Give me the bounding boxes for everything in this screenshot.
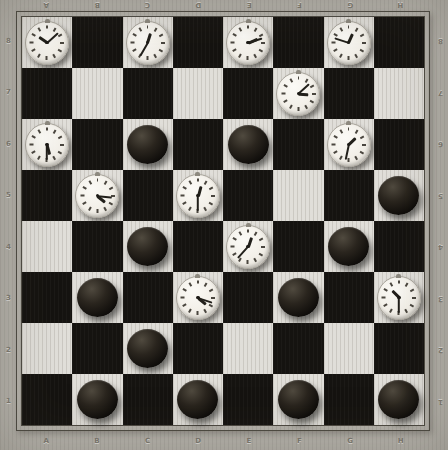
black-piece-b1[interactable] bbox=[77, 380, 118, 419]
square-b3[interactable] bbox=[72, 272, 122, 323]
black-piece-f3[interactable] bbox=[278, 278, 319, 317]
clock-face bbox=[75, 174, 119, 218]
clock-tick bbox=[362, 144, 366, 146]
clock-tick bbox=[298, 107, 300, 111]
rank-labels-left: 87654321 bbox=[2, 15, 15, 427]
clock-tick bbox=[59, 151, 63, 154]
file-label-top-C: C bbox=[122, 0, 173, 11]
clock-tick bbox=[260, 253, 264, 256]
clock-tick bbox=[38, 27, 41, 31]
rank-label-left-8: 8 bbox=[2, 15, 15, 67]
clock-tick bbox=[239, 258, 242, 262]
clock-tick bbox=[305, 105, 308, 109]
clock-tick bbox=[104, 180, 107, 184]
clock-tick bbox=[339, 54, 342, 58]
square-d4[interactable] bbox=[173, 221, 223, 272]
clock-face bbox=[327, 21, 371, 65]
square-e8[interactable] bbox=[223, 17, 273, 68]
black-piece-c6[interactable] bbox=[127, 125, 168, 164]
file-label-top-A: A bbox=[21, 0, 72, 11]
square-c6[interactable] bbox=[123, 119, 173, 170]
square-d6[interactable] bbox=[173, 119, 223, 170]
clock-tick bbox=[262, 246, 266, 248]
square-g8[interactable] bbox=[324, 17, 374, 68]
clock-tick bbox=[281, 93, 285, 95]
clock-face bbox=[226, 21, 270, 65]
square-b1[interactable] bbox=[72, 374, 122, 425]
clock-center-pin bbox=[347, 41, 351, 45]
clock-center-pin bbox=[45, 143, 49, 147]
square-g4[interactable] bbox=[324, 221, 374, 272]
clock-tick bbox=[138, 27, 141, 31]
clock-tick bbox=[97, 178, 99, 182]
square-g1[interactable] bbox=[324, 374, 374, 425]
file-label-bottom-E: E bbox=[224, 433, 275, 448]
clock-tick bbox=[209, 202, 213, 205]
clock-piece-e4[interactable] bbox=[226, 225, 270, 269]
square-h5[interactable] bbox=[374, 170, 424, 221]
clock-tick bbox=[405, 282, 408, 286]
clock-tick bbox=[260, 49, 264, 52]
clock-tick bbox=[231, 246, 235, 248]
clock-tick bbox=[61, 42, 65, 44]
square-b2[interactable] bbox=[72, 323, 122, 374]
clock-tick bbox=[59, 33, 63, 36]
file-label-bottom-H: H bbox=[375, 433, 426, 448]
clock-tick bbox=[260, 237, 264, 240]
clock-tick bbox=[38, 129, 41, 133]
clock-face bbox=[327, 123, 371, 167]
clock-tick bbox=[360, 151, 364, 154]
clock-tick bbox=[413, 297, 417, 299]
square-d1[interactable] bbox=[173, 374, 223, 425]
clock-tick bbox=[333, 33, 337, 36]
square-c8[interactable] bbox=[123, 17, 173, 68]
clock-tick bbox=[209, 304, 213, 307]
rank-label-left-1: 1 bbox=[2, 376, 15, 428]
square-d8[interactable] bbox=[173, 17, 223, 68]
clock-face bbox=[176, 276, 220, 320]
rank-label-left-5: 5 bbox=[2, 170, 15, 222]
rank-label-right-1: 1 bbox=[434, 376, 447, 428]
clock-center-pin bbox=[196, 296, 200, 300]
clock-tick bbox=[197, 280, 199, 284]
file-label-bottom-C: C bbox=[122, 433, 173, 448]
clock-tick bbox=[382, 297, 386, 299]
clock-winding-stem bbox=[145, 19, 150, 23]
clock-tick bbox=[209, 288, 213, 291]
clock-tick bbox=[181, 297, 185, 299]
square-e3[interactable] bbox=[223, 272, 273, 323]
square-c3[interactable] bbox=[123, 272, 173, 323]
clock-tick bbox=[348, 127, 350, 131]
clock-piece-g6[interactable] bbox=[327, 123, 371, 167]
clock-tick bbox=[53, 156, 56, 160]
clock-winding-stem bbox=[195, 274, 200, 278]
black-piece-h5[interactable] bbox=[378, 176, 419, 215]
square-f4[interactable] bbox=[273, 221, 323, 272]
clock-tick bbox=[305, 78, 308, 82]
file-label-top-B: B bbox=[72, 0, 123, 11]
clock-tick bbox=[46, 127, 48, 131]
clock-tick bbox=[254, 258, 257, 262]
clock-tick bbox=[360, 33, 364, 36]
square-b6[interactable] bbox=[72, 119, 122, 170]
clock-piece-h3[interactable] bbox=[377, 276, 421, 320]
clock-tick bbox=[30, 42, 34, 44]
clock-face bbox=[377, 276, 421, 320]
square-a4[interactable] bbox=[22, 221, 72, 272]
clock-tick bbox=[147, 56, 149, 60]
clock-tick bbox=[233, 237, 237, 240]
clock-center-pin bbox=[45, 41, 49, 45]
rank-label-right-2: 2 bbox=[434, 324, 447, 376]
square-c4[interactable] bbox=[123, 221, 173, 272]
square-h4[interactable] bbox=[374, 221, 424, 272]
clock-tick bbox=[204, 180, 207, 184]
clock-tick bbox=[390, 309, 393, 313]
clock-tick bbox=[212, 195, 216, 197]
clock-tick bbox=[231, 42, 235, 44]
black-piece-b3[interactable] bbox=[77, 278, 118, 317]
clock-minute-hand bbox=[345, 144, 350, 159]
clock-tick bbox=[38, 54, 41, 58]
black-piece-f1[interactable] bbox=[278, 380, 319, 419]
square-h6[interactable] bbox=[374, 119, 424, 170]
clock-piece-f7[interactable] bbox=[276, 72, 320, 116]
clock-tick bbox=[384, 304, 388, 307]
clock-tick bbox=[362, 42, 366, 44]
clock-piece-a6[interactable] bbox=[25, 123, 69, 167]
file-label-bottom-B: B bbox=[72, 433, 123, 448]
square-c2[interactable] bbox=[123, 323, 173, 374]
clock-tick bbox=[204, 282, 207, 286]
clock-winding-stem bbox=[45, 121, 50, 125]
square-d2[interactable] bbox=[173, 323, 223, 374]
clock-tick bbox=[247, 56, 249, 60]
clock-tick bbox=[233, 33, 237, 36]
clock-tick bbox=[59, 135, 63, 138]
clock-tick bbox=[53, 27, 56, 31]
clock-tick bbox=[239, 27, 242, 31]
clock-piece-a8[interactable] bbox=[25, 21, 69, 65]
rank-label-left-3: 3 bbox=[2, 273, 15, 325]
rank-labels-right: 87654321 bbox=[434, 15, 447, 427]
square-f7[interactable] bbox=[273, 68, 323, 119]
square-d5[interactable] bbox=[173, 170, 223, 221]
clock-tick bbox=[183, 304, 187, 307]
clock-tick bbox=[32, 151, 36, 154]
clock-minute-hand bbox=[139, 42, 148, 56]
black-piece-g4[interactable] bbox=[328, 227, 369, 266]
clock-center-pin bbox=[246, 41, 250, 45]
clock-tick bbox=[159, 49, 163, 52]
clock-tick bbox=[289, 105, 292, 109]
rank-label-left-2: 2 bbox=[2, 324, 15, 376]
clock-tick bbox=[88, 180, 91, 184]
clock-tick bbox=[310, 84, 314, 87]
square-f3[interactable] bbox=[273, 272, 323, 323]
square-a7[interactable] bbox=[22, 68, 72, 119]
square-h8[interactable] bbox=[374, 17, 424, 68]
clock-winding-stem bbox=[396, 274, 401, 278]
clock-tick bbox=[390, 282, 393, 286]
file-label-bottom-G: G bbox=[325, 433, 376, 448]
clock-tick bbox=[298, 76, 300, 80]
file-label-top-D: D bbox=[173, 0, 224, 11]
file-label-top-H: H bbox=[375, 0, 426, 11]
clock-tick bbox=[333, 151, 337, 154]
black-piece-h1[interactable] bbox=[378, 380, 419, 419]
clock-center-pin bbox=[196, 194, 200, 198]
clock-face bbox=[226, 225, 270, 269]
clock-tick bbox=[161, 42, 165, 44]
clock-tick bbox=[260, 33, 264, 36]
file-label-bottom-D: D bbox=[173, 433, 224, 448]
clock-tick bbox=[189, 207, 192, 211]
clock-tick bbox=[209, 186, 213, 189]
square-a8[interactable] bbox=[22, 17, 72, 68]
clock-tick bbox=[204, 207, 207, 211]
clock-tick bbox=[247, 229, 249, 233]
board-frame bbox=[16, 11, 430, 431]
square-h3[interactable] bbox=[374, 272, 424, 323]
clock-tick bbox=[331, 42, 335, 44]
rank-label-right-3: 3 bbox=[434, 273, 447, 325]
clock-minute-hand bbox=[398, 298, 400, 313]
clock-tick bbox=[104, 207, 107, 211]
clock-tick bbox=[310, 100, 314, 103]
clock-tick bbox=[46, 56, 48, 60]
clock-winding-stem bbox=[346, 121, 351, 125]
clock-tick bbox=[109, 202, 113, 205]
clock-tick bbox=[254, 54, 257, 58]
file-label-top-E: E bbox=[224, 0, 275, 11]
clock-tick bbox=[204, 309, 207, 313]
clock-tick bbox=[355, 156, 358, 160]
clock-tick bbox=[339, 156, 342, 160]
square-g5[interactable] bbox=[324, 170, 374, 221]
file-label-bottom-A: A bbox=[21, 433, 72, 448]
clock-tick bbox=[384, 288, 388, 291]
clock-tick bbox=[398, 280, 400, 284]
clock-piece-d3[interactable] bbox=[176, 276, 220, 320]
clock-tick bbox=[189, 180, 192, 184]
clock-tick bbox=[189, 309, 192, 313]
clock-face bbox=[25, 21, 69, 65]
square-e6[interactable] bbox=[223, 119, 273, 170]
clock-tick bbox=[355, 54, 358, 58]
square-f6[interactable] bbox=[273, 119, 323, 170]
rank-label-left-6: 6 bbox=[2, 118, 15, 170]
clock-face bbox=[126, 21, 170, 65]
file-labels-bottom: ABCDEFGH bbox=[21, 433, 426, 448]
clock-tick bbox=[331, 144, 335, 146]
clock-winding-stem bbox=[195, 172, 200, 176]
clock-piece-d5[interactable] bbox=[176, 174, 220, 218]
clock-tick bbox=[46, 25, 48, 29]
clock-winding-stem bbox=[296, 70, 301, 74]
black-piece-d1[interactable] bbox=[177, 380, 218, 419]
clock-tick bbox=[159, 33, 163, 36]
square-g7[interactable] bbox=[324, 68, 374, 119]
clock-face bbox=[176, 174, 220, 218]
clock-center-pin bbox=[397, 296, 401, 300]
clock-tick bbox=[233, 253, 237, 256]
board-inner-frame bbox=[21, 16, 425, 426]
clock-tick bbox=[289, 78, 292, 82]
clock-tick bbox=[405, 309, 408, 313]
clock-tick bbox=[239, 231, 242, 235]
clock-center-pin bbox=[347, 143, 351, 147]
rank-label-right-6: 6 bbox=[434, 118, 447, 170]
clock-tick bbox=[339, 129, 342, 133]
clock-face bbox=[276, 72, 320, 116]
square-e4[interactable] bbox=[223, 221, 273, 272]
clock-tick bbox=[233, 49, 237, 52]
clock-tick bbox=[355, 27, 358, 31]
square-g6[interactable] bbox=[324, 119, 374, 170]
clock-tick bbox=[339, 27, 342, 31]
square-d3[interactable] bbox=[173, 272, 223, 323]
black-piece-c4[interactable] bbox=[127, 227, 168, 266]
clock-tick bbox=[197, 311, 199, 315]
square-c5[interactable] bbox=[123, 170, 173, 221]
clock-tick bbox=[53, 129, 56, 133]
clock-piece-e8[interactable] bbox=[226, 21, 270, 65]
clock-minute-hand bbox=[197, 196, 199, 211]
clock-winding-stem bbox=[246, 19, 251, 23]
clock-tick bbox=[254, 27, 257, 31]
rank-label-right-4: 4 bbox=[434, 221, 447, 273]
square-e5[interactable] bbox=[223, 170, 273, 221]
square-a3[interactable] bbox=[22, 272, 72, 323]
clock-tick bbox=[130, 42, 134, 44]
clock-winding-stem bbox=[346, 19, 351, 23]
clock-tick bbox=[355, 129, 358, 133]
clock-tick bbox=[247, 260, 249, 264]
file-labels-top: ABCDEFGH bbox=[21, 0, 426, 11]
clock-winding-stem bbox=[246, 223, 251, 227]
square-b5[interactable] bbox=[72, 170, 122, 221]
clock-tick bbox=[59, 49, 63, 52]
clock-tick bbox=[283, 84, 287, 87]
square-c1[interactable] bbox=[123, 374, 173, 425]
clock-tick bbox=[212, 297, 216, 299]
square-h1[interactable] bbox=[374, 374, 424, 425]
board-grid bbox=[22, 17, 424, 425]
clock-tick bbox=[97, 209, 99, 213]
rank-label-right-8: 8 bbox=[434, 15, 447, 67]
clock-tick bbox=[254, 231, 257, 235]
clock-tick bbox=[189, 282, 192, 286]
clock-winding-stem bbox=[45, 19, 50, 23]
square-e2[interactable] bbox=[223, 323, 273, 374]
clock-tick bbox=[132, 49, 136, 52]
square-b4[interactable] bbox=[72, 221, 122, 272]
square-a1[interactable] bbox=[22, 374, 72, 425]
clock-tick bbox=[32, 135, 36, 138]
clock-tick bbox=[333, 135, 337, 138]
clock-tick bbox=[348, 25, 350, 29]
clock-tick bbox=[154, 54, 157, 58]
clock-tick bbox=[88, 207, 91, 211]
clock-tick bbox=[183, 202, 187, 205]
clock-tick bbox=[312, 93, 316, 95]
square-f5[interactable] bbox=[273, 170, 323, 221]
black-piece-e6[interactable] bbox=[228, 125, 269, 164]
rank-label-left-4: 4 bbox=[2, 221, 15, 273]
clock-tick bbox=[181, 195, 185, 197]
clock-piece-g8[interactable] bbox=[327, 21, 371, 65]
square-a5[interactable] bbox=[22, 170, 72, 221]
square-e1[interactable] bbox=[223, 374, 273, 425]
rank-label-right-7: 7 bbox=[434, 67, 447, 119]
file-label-top-G: G bbox=[325, 0, 376, 11]
clock-tick bbox=[283, 100, 287, 103]
clock-tick bbox=[32, 49, 36, 52]
square-h7[interactable] bbox=[374, 68, 424, 119]
square-d7[interactable] bbox=[173, 68, 223, 119]
clock-tick bbox=[147, 25, 149, 29]
clock-tick bbox=[410, 288, 414, 291]
file-label-bottom-F: F bbox=[274, 433, 325, 448]
clock-tick bbox=[360, 135, 364, 138]
clock-tick bbox=[32, 33, 36, 36]
square-c7[interactable] bbox=[123, 68, 173, 119]
clock-tick bbox=[183, 288, 187, 291]
rank-label-right-5: 5 bbox=[434, 170, 447, 222]
clock-tick bbox=[239, 54, 242, 58]
square-f8[interactable] bbox=[273, 17, 323, 68]
square-f1[interactable] bbox=[273, 374, 323, 425]
clock-tick bbox=[132, 33, 136, 36]
clock-tick bbox=[82, 202, 86, 205]
clock-piece-b5[interactable] bbox=[75, 174, 119, 218]
square-h2[interactable] bbox=[374, 323, 424, 374]
clock-tick bbox=[30, 144, 34, 146]
square-f2[interactable] bbox=[273, 323, 323, 374]
clock-tick bbox=[154, 27, 157, 31]
clock-tick bbox=[109, 186, 113, 189]
clock-tick bbox=[38, 156, 41, 160]
square-a6[interactable] bbox=[22, 119, 72, 170]
square-e7[interactable] bbox=[223, 68, 273, 119]
file-label-top-F: F bbox=[274, 0, 325, 11]
clock-center-pin bbox=[246, 245, 250, 249]
clock-tick bbox=[53, 54, 56, 58]
black-piece-c2[interactable] bbox=[127, 329, 168, 368]
rank-label-left-7: 7 bbox=[2, 67, 15, 119]
square-b8[interactable] bbox=[72, 17, 122, 68]
clock-tick bbox=[348, 158, 350, 162]
clock-tick bbox=[82, 186, 86, 189]
clock-tick bbox=[197, 178, 199, 182]
clock-tick bbox=[262, 42, 266, 44]
clock-piece-c8[interactable] bbox=[126, 21, 170, 65]
square-b7[interactable] bbox=[72, 68, 122, 119]
clock-tick bbox=[61, 144, 65, 146]
clock-tick bbox=[333, 49, 337, 52]
square-g3[interactable] bbox=[324, 272, 374, 323]
square-a2[interactable] bbox=[22, 323, 72, 374]
board-photo: ABCDEFGH ABCDEFGH 87654321 87654321 bbox=[0, 0, 448, 450]
square-g2[interactable] bbox=[324, 323, 374, 374]
clock-center-pin bbox=[146, 41, 150, 45]
clock-tick bbox=[360, 49, 364, 52]
clock-tick bbox=[410, 304, 414, 307]
clock-tick bbox=[80, 195, 84, 197]
